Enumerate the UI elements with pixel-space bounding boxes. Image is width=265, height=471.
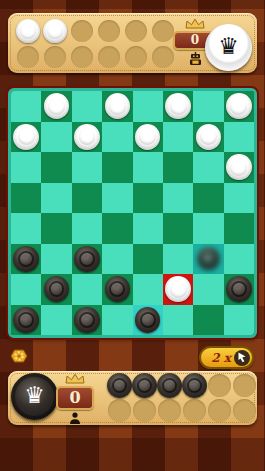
tray-slot <box>71 46 93 68</box>
board-square[interactable] <box>193 122 223 153</box>
ghost-black-piece <box>197 247 220 270</box>
board-square[interactable] <box>102 213 132 244</box>
board-square[interactable] <box>102 122 132 153</box>
board-square[interactable] <box>72 305 102 336</box>
robot-icon <box>188 52 203 66</box>
board-square[interactable] <box>11 274 41 305</box>
tray-slot <box>108 399 131 422</box>
board-square[interactable] <box>102 244 132 275</box>
captured-black-piece <box>107 373 132 398</box>
white-piece[interactable] <box>44 93 70 119</box>
board-square[interactable] <box>193 213 223 244</box>
board-square[interactable] <box>163 91 193 122</box>
white-piece[interactable] <box>74 124 100 150</box>
tray-slot <box>183 374 206 397</box>
board-square[interactable] <box>133 122 163 153</box>
white-piece[interactable] <box>226 154 252 180</box>
board-square[interactable] <box>193 183 223 214</box>
white-piece[interactable] <box>165 93 191 119</box>
board-square[interactable] <box>102 91 132 122</box>
bottom-score-value: 0 <box>56 386 94 410</box>
white-piece[interactable] <box>105 93 131 119</box>
board-square[interactable] <box>133 183 163 214</box>
board-square[interactable] <box>224 122 254 153</box>
board-square[interactable] <box>41 305 71 336</box>
tray-slot <box>158 399 181 422</box>
board-square[interactable] <box>224 91 254 122</box>
top-player-panel: 0 ♛ <box>8 13 257 73</box>
board-square[interactable] <box>41 152 71 183</box>
board-square[interactable] <box>224 305 254 336</box>
tray-slot <box>44 46 66 68</box>
board-square[interactable] <box>11 91 41 122</box>
white-player-button[interactable]: ♛ <box>205 24 252 71</box>
white-piece[interactable] <box>226 93 252 119</box>
board-square[interactable] <box>11 152 41 183</box>
board-square[interactable] <box>193 274 223 305</box>
board-square[interactable] <box>133 274 163 305</box>
crown-icon <box>64 373 86 384</box>
board-square[interactable] <box>224 183 254 214</box>
board-square[interactable] <box>163 183 193 214</box>
hint-counter[interactable]: 2 x <box>199 346 254 369</box>
white-piece[interactable] <box>13 124 39 150</box>
tray-slot <box>133 374 156 397</box>
board-square[interactable] <box>72 152 102 183</box>
board-square[interactable] <box>41 244 71 275</box>
captured-white-piece <box>43 19 67 43</box>
captured-tray-top <box>17 20 174 68</box>
board-square[interactable] <box>72 183 102 214</box>
board-square[interactable] <box>102 274 132 305</box>
board-square[interactable] <box>193 91 223 122</box>
board-grid[interactable] <box>8 88 257 338</box>
black-piece[interactable] <box>74 307 100 333</box>
board-square[interactable] <box>133 305 163 336</box>
tray-slot <box>98 20 120 42</box>
board-square[interactable] <box>163 305 193 336</box>
board-square[interactable] <box>133 91 163 122</box>
board-square[interactable] <box>133 152 163 183</box>
white-piece[interactable] <box>165 276 191 302</box>
captured-black-piece <box>132 373 157 398</box>
board-square[interactable] <box>11 305 41 336</box>
black-piece[interactable] <box>74 246 100 272</box>
tray-slot <box>183 399 206 422</box>
board-square[interactable] <box>41 122 71 153</box>
board-square[interactable] <box>163 213 193 244</box>
board-square[interactable] <box>11 122 41 153</box>
board-square[interactable] <box>11 183 41 214</box>
tray-slot <box>108 374 131 397</box>
captured-black-piece <box>182 373 207 398</box>
white-piece[interactable] <box>196 124 222 150</box>
captured-black-piece <box>157 373 182 398</box>
board-square[interactable] <box>11 213 41 244</box>
tray-slot <box>17 46 39 68</box>
black-piece[interactable] <box>13 246 39 272</box>
tray-slot <box>233 374 256 397</box>
tray-slot <box>125 20 147 42</box>
settings-button[interactable] <box>10 347 28 365</box>
board-square[interactable] <box>102 183 132 214</box>
board-square[interactable] <box>41 183 71 214</box>
black-piece[interactable] <box>135 307 161 333</box>
tray-slot <box>208 374 231 397</box>
board-square[interactable] <box>72 91 102 122</box>
tray-slot <box>98 46 120 68</box>
person-icon <box>69 412 81 424</box>
black-queen-icon: ♛ <box>24 384 45 407</box>
board-square[interactable] <box>72 213 102 244</box>
tray-slot <box>17 20 39 42</box>
board-square[interactable] <box>41 91 71 122</box>
black-piece[interactable] <box>44 276 70 302</box>
black-player-button[interactable]: ♛ <box>11 373 58 420</box>
board-square[interactable] <box>224 213 254 244</box>
board-square[interactable] <box>224 274 254 305</box>
black-piece[interactable] <box>226 276 252 302</box>
cursor-icon <box>234 350 250 366</box>
captured-tray-bottom <box>108 374 256 422</box>
board-square[interactable] <box>163 244 193 275</box>
bottom-player-panel: ♛ 0 <box>8 371 257 425</box>
white-queen-icon: ♛ <box>218 35 239 58</box>
gear-icon <box>10 347 28 365</box>
tray-slot <box>233 399 256 422</box>
board-square[interactable] <box>41 213 71 244</box>
white-piece[interactable] <box>135 124 161 150</box>
board-square[interactable] <box>193 244 223 275</box>
board-square[interactable] <box>163 122 193 153</box>
board-square[interactable] <box>102 152 132 183</box>
board-square[interactable] <box>72 122 102 153</box>
board-square[interactable] <box>163 274 193 305</box>
board-square[interactable] <box>41 274 71 305</box>
tray-slot <box>125 46 147 68</box>
board-square[interactable] <box>224 244 254 275</box>
board-square[interactable] <box>133 213 163 244</box>
hint-count-label: 2 x <box>211 351 231 365</box>
tray-slot <box>133 399 156 422</box>
black-piece[interactable] <box>13 307 39 333</box>
board-square[interactable] <box>102 305 132 336</box>
board-square[interactable] <box>11 244 41 275</box>
board-square[interactable] <box>133 244 163 275</box>
board-square[interactable] <box>193 305 223 336</box>
tray-slot <box>208 399 231 422</box>
checkers-app: 0 ♛ 2 x <box>0 0 265 471</box>
board-square[interactable] <box>72 274 102 305</box>
crown-icon <box>184 18 206 29</box>
black-piece[interactable] <box>105 276 131 302</box>
tray-slot <box>71 20 93 42</box>
tray-slot <box>44 20 66 42</box>
tray-slot <box>158 374 181 397</box>
board-square[interactable] <box>224 152 254 183</box>
board-square[interactable] <box>193 152 223 183</box>
bottom-score-column: 0 <box>56 373 94 424</box>
board-square[interactable] <box>72 244 102 275</box>
board-square[interactable] <box>163 152 193 183</box>
captured-white-piece <box>16 19 40 43</box>
